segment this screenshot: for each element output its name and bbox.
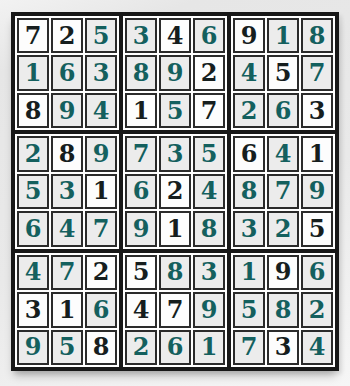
cell-r3c7[interactable]: 2 xyxy=(233,93,265,128)
cell-r4c8[interactable]: 4 xyxy=(267,136,299,171)
cell-r9c8[interactable]: 3 xyxy=(267,330,299,365)
cell-r1c1[interactable]: 7 xyxy=(17,18,49,53)
cell-r7c6[interactable]: 3 xyxy=(193,255,225,290)
cell-r7c7[interactable]: 1 xyxy=(233,255,265,290)
cell-r6c8[interactable]: 2 xyxy=(267,211,299,246)
cell-r6c3[interactable]: 7 xyxy=(85,211,117,246)
cell-r7c1[interactable]: 4 xyxy=(17,255,49,290)
cell-r7c3[interactable]: 2 xyxy=(85,255,117,290)
cell-r7c5[interactable]: 8 xyxy=(159,255,191,290)
cell-r9c7[interactable]: 7 xyxy=(233,330,265,365)
cell-r4c4[interactable]: 7 xyxy=(125,136,157,171)
cell-r2c2[interactable]: 6 xyxy=(51,55,83,90)
cell-r9c5[interactable]: 6 xyxy=(159,330,191,365)
cell-r2c5[interactable]: 9 xyxy=(159,55,191,90)
cell-r5c9[interactable]: 9 xyxy=(301,174,333,209)
cell-r1c8[interactable]: 1 xyxy=(267,18,299,53)
box-2: 346892157 xyxy=(123,16,227,130)
cell-r1c3[interactable]: 5 xyxy=(85,18,117,53)
cell-r1c5[interactable]: 4 xyxy=(159,18,191,53)
box-7: 472316958 xyxy=(15,253,119,367)
box-1: 725163894 xyxy=(15,16,119,130)
cell-r5c5[interactable]: 2 xyxy=(159,174,191,209)
cell-r6c2[interactable]: 4 xyxy=(51,211,83,246)
cell-r9c1[interactable]: 9 xyxy=(17,330,49,365)
cell-r3c3[interactable]: 4 xyxy=(85,93,117,128)
cell-r2c8[interactable]: 5 xyxy=(267,55,299,90)
cell-r6c4[interactable]: 9 xyxy=(125,211,157,246)
cell-r4c1[interactable]: 2 xyxy=(17,136,49,171)
cell-r8c3[interactable]: 6 xyxy=(85,292,117,327)
cell-r1c4[interactable]: 3 xyxy=(125,18,157,53)
cell-r4c9[interactable]: 1 xyxy=(301,136,333,171)
cell-r7c4[interactable]: 5 xyxy=(125,255,157,290)
cell-r2c9[interactable]: 7 xyxy=(301,55,333,90)
cell-r8c9[interactable]: 2 xyxy=(301,292,333,327)
cell-r3c4[interactable]: 1 xyxy=(125,93,157,128)
cell-r9c9[interactable]: 4 xyxy=(301,330,333,365)
cell-r8c5[interactable]: 7 xyxy=(159,292,191,327)
cell-r2c7[interactable]: 4 xyxy=(233,55,265,90)
cell-r4c3[interactable]: 9 xyxy=(85,136,117,171)
cell-r8c4[interactable]: 4 xyxy=(125,292,157,327)
cell-r3c5[interactable]: 5 xyxy=(159,93,191,128)
box-4: 289531647 xyxy=(15,134,119,248)
cell-r1c2[interactable]: 2 xyxy=(51,18,83,53)
cell-r7c8[interactable]: 9 xyxy=(267,255,299,290)
cell-r8c7[interactable]: 5 xyxy=(233,292,265,327)
cell-r4c6[interactable]: 5 xyxy=(193,136,225,171)
cell-r6c9[interactable]: 5 xyxy=(301,211,333,246)
cell-r6c1[interactable]: 6 xyxy=(17,211,49,246)
cell-r3c1[interactable]: 8 xyxy=(17,93,49,128)
cell-r9c4[interactable]: 2 xyxy=(125,330,157,365)
cell-r8c1[interactable]: 3 xyxy=(17,292,49,327)
cell-r6c6[interactable]: 8 xyxy=(193,211,225,246)
cell-r5c4[interactable]: 6 xyxy=(125,174,157,209)
cell-r8c8[interactable]: 8 xyxy=(267,292,299,327)
cell-r9c3[interactable]: 8 xyxy=(85,330,117,365)
cell-r5c3[interactable]: 1 xyxy=(85,174,117,209)
cell-r7c9[interactable]: 6 xyxy=(301,255,333,290)
cell-r2c3[interactable]: 3 xyxy=(85,55,117,90)
box-8: 583479261 xyxy=(123,253,227,367)
cell-r9c2[interactable]: 5 xyxy=(51,330,83,365)
cell-r3c8[interactable]: 6 xyxy=(267,93,299,128)
box-5: 735624918 xyxy=(123,134,227,248)
cell-r8c2[interactable]: 1 xyxy=(51,292,83,327)
cell-r6c5[interactable]: 1 xyxy=(159,211,191,246)
cell-r1c6[interactable]: 6 xyxy=(193,18,225,53)
cell-r3c9[interactable]: 3 xyxy=(301,93,333,128)
cell-r4c5[interactable]: 3 xyxy=(159,136,191,171)
cell-r2c6[interactable]: 2 xyxy=(193,55,225,90)
cell-r5c2[interactable]: 3 xyxy=(51,174,83,209)
cell-r3c6[interactable]: 7 xyxy=(193,93,225,128)
cell-r4c7[interactable]: 6 xyxy=(233,136,265,171)
cell-r1c7[interactable]: 9 xyxy=(233,18,265,53)
cell-r5c1[interactable]: 5 xyxy=(17,174,49,209)
cell-r5c8[interactable]: 7 xyxy=(267,174,299,209)
cell-r3c2[interactable]: 9 xyxy=(51,93,83,128)
sudoku-board: 7251638943468921579184572632895316477356… xyxy=(11,12,339,371)
cell-r8c6[interactable]: 9 xyxy=(193,292,225,327)
box-3: 918457263 xyxy=(231,16,335,130)
cell-r1c9[interactable]: 8 xyxy=(301,18,333,53)
cell-r2c1[interactable]: 1 xyxy=(17,55,49,90)
cell-r5c6[interactable]: 4 xyxy=(193,174,225,209)
cell-r4c2[interactable]: 8 xyxy=(51,136,83,171)
box-9: 196582734 xyxy=(231,253,335,367)
cell-r6c7[interactable]: 3 xyxy=(233,211,265,246)
cell-r7c2[interactable]: 7 xyxy=(51,255,83,290)
box-6: 641879325 xyxy=(231,134,335,248)
cell-r2c4[interactable]: 8 xyxy=(125,55,157,90)
cell-r5c7[interactable]: 8 xyxy=(233,174,265,209)
cell-r9c6[interactable]: 1 xyxy=(193,330,225,365)
page-background: 7251638943468921579184572632895316477356… xyxy=(0,0,350,386)
